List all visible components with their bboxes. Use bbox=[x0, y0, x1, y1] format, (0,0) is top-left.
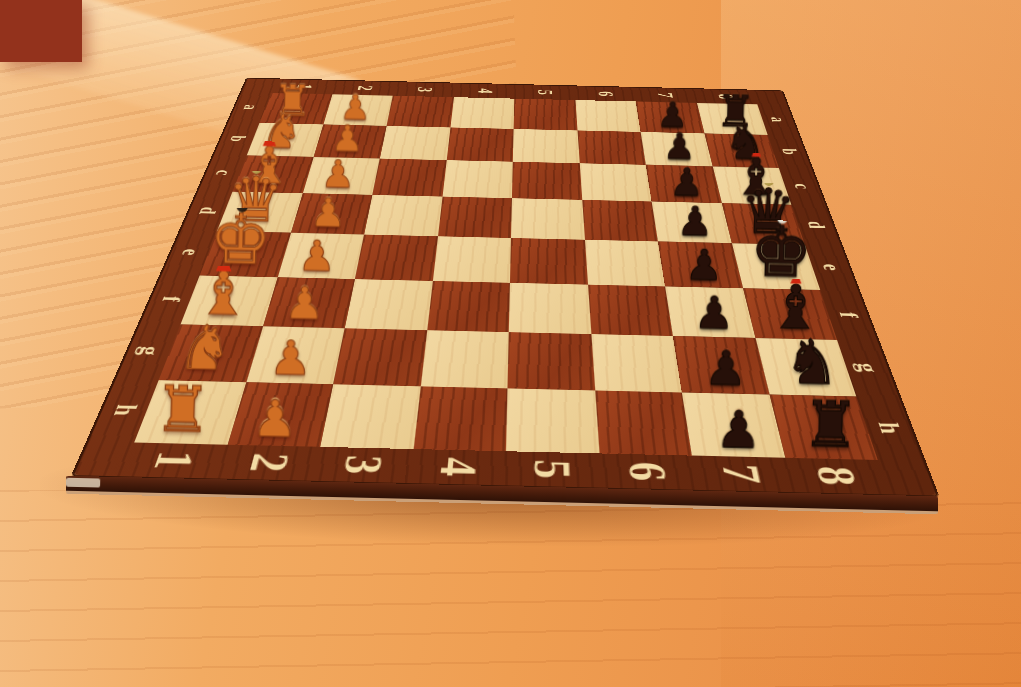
white-pawn-b2: ♟ bbox=[330, 121, 363, 156]
square-g7: ♟ bbox=[672, 336, 768, 394]
square-d5 bbox=[511, 198, 584, 240]
square-b4 bbox=[446, 127, 513, 161]
square-e7: ♟ bbox=[657, 241, 742, 287]
right-label-a: a bbox=[744, 111, 811, 127]
cardboard-dark-corner bbox=[0, 0, 82, 62]
far-label-4: 4 bbox=[468, 77, 499, 106]
square-d7: ♟ bbox=[651, 201, 731, 243]
square-f7: ♟ bbox=[665, 286, 755, 338]
square-e2: ♟ bbox=[277, 233, 364, 279]
black-pawn-b7: ♟ bbox=[662, 129, 695, 164]
black-rook-h8: ♜ bbox=[801, 395, 859, 456]
square-d2: ♟ bbox=[290, 193, 372, 235]
square-e6 bbox=[584, 240, 665, 286]
square-f5 bbox=[508, 282, 590, 334]
square-h3 bbox=[320, 384, 420, 449]
left-label-b: b bbox=[201, 130, 273, 148]
black-pawn-f7: ♟ bbox=[693, 291, 734, 334]
white-pawn-g2: ♟ bbox=[269, 334, 312, 380]
white-pawn-c2: ♟ bbox=[320, 155, 355, 192]
white-pawn-e2: ♟ bbox=[297, 235, 336, 276]
square-g5 bbox=[507, 332, 594, 390]
white-rook-h1: ♜ bbox=[153, 379, 211, 440]
square-h7: ♟ bbox=[681, 392, 784, 458]
black-pawn-e7: ♟ bbox=[684, 244, 723, 285]
square-h5 bbox=[505, 388, 598, 453]
square-h2: ♟ bbox=[227, 382, 333, 447]
square-d6 bbox=[581, 200, 657, 242]
square-h6 bbox=[594, 390, 691, 456]
square-f6 bbox=[587, 284, 672, 336]
square-e3 bbox=[354, 235, 437, 281]
square-f4 bbox=[426, 281, 509, 333]
square-d4 bbox=[437, 196, 511, 238]
square-g2: ♟ bbox=[245, 326, 344, 384]
left-label-c: c bbox=[185, 163, 260, 182]
square-c3 bbox=[372, 159, 446, 197]
black-pawn-g7: ♟ bbox=[703, 344, 746, 390]
square-b5 bbox=[512, 129, 579, 164]
white-pawn-h2: ♟ bbox=[251, 394, 297, 443]
left-label-a: a bbox=[215, 99, 283, 115]
square-e4 bbox=[432, 236, 511, 282]
square-c5 bbox=[511, 162, 581, 200]
square-g3 bbox=[333, 328, 427, 386]
white-pawn-d2: ♟ bbox=[310, 193, 347, 232]
square-f3 bbox=[344, 279, 432, 330]
far-label-3: 3 bbox=[406, 75, 440, 104]
square-b6 bbox=[577, 130, 646, 165]
far-label-5: 5 bbox=[529, 78, 559, 107]
right-label-c: c bbox=[764, 177, 839, 197]
square-h4 bbox=[413, 386, 507, 451]
black-pawn-c7: ♟ bbox=[669, 164, 704, 201]
far-label-6: 6 bbox=[588, 80, 621, 109]
black-knight-g8: ♞ bbox=[784, 333, 840, 393]
black-pawn-d7: ♟ bbox=[676, 202, 713, 241]
square-f2: ♟ bbox=[262, 277, 354, 328]
far-label-7: 7 bbox=[647, 81, 682, 110]
right-label-b: b bbox=[753, 143, 824, 161]
square-d3 bbox=[364, 195, 442, 237]
square-g4 bbox=[420, 330, 508, 388]
square-g6 bbox=[590, 334, 681, 392]
black-pawn-h7: ♟ bbox=[714, 405, 760, 454]
square-c6 bbox=[579, 163, 651, 201]
square-e5 bbox=[509, 238, 587, 284]
square-b3 bbox=[379, 126, 449, 160]
white-pawn-f2: ♟ bbox=[284, 282, 325, 325]
square-c4 bbox=[442, 160, 513, 198]
white-knight-g1: ♞ bbox=[175, 319, 231, 379]
